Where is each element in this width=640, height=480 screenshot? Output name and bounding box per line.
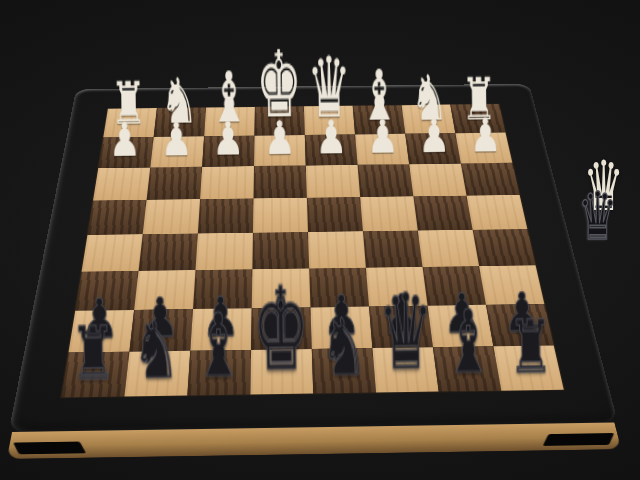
white-pawn: ♟ [366, 114, 398, 161]
square-f1: ♝ [204, 107, 255, 136]
white-pawn: ♟ [315, 114, 348, 161]
chess-board: ♜♞♝♚♛♝♞♜♟♟♟♟♟♟♟♟♟♟♟♟♟♟♟♟♜♞♝♚♞♛♝♜ [8, 84, 618, 433]
white-rook: ♜ [110, 74, 147, 133]
black-rook: ♜ [70, 317, 116, 390]
black-bishop: ♝ [193, 301, 243, 389]
square-d2: ♟ [305, 134, 358, 165]
white-pawn: ♟ [108, 117, 141, 164]
white-king: ♚ [256, 39, 303, 131]
square-b8: ♝ [433, 346, 501, 391]
square-h2: ♟ [98, 137, 153, 168]
board-frame: ♜♞♝♚♛♝♞♜♟♟♟♟♟♟♟♟♟♟♟♟♟♟♟♟♜♞♝♚♞♛♝♜ [8, 84, 618, 433]
square-d5 [308, 231, 366, 268]
square-c1: ♝ [353, 105, 406, 134]
white-rook: ♜ [461, 70, 498, 128]
square-d8: ♞ [312, 348, 376, 393]
square-h4 [87, 200, 146, 235]
white-knight: ♞ [410, 66, 448, 129]
square-a4 [467, 195, 528, 230]
white-queen: ♛ [307, 47, 352, 131]
square-h5 [82, 234, 143, 271]
square-h3 [93, 167, 150, 200]
square-e3 [254, 165, 307, 198]
square-d1: ♛ [304, 106, 355, 135]
square-g3 [147, 167, 203, 200]
square-c4 [360, 196, 418, 231]
square-f4 [198, 198, 254, 233]
square-d3 [306, 165, 360, 198]
black-knight: ♞ [132, 310, 180, 389]
white-pawn: ♟ [263, 115, 296, 162]
square-b2: ♟ [405, 133, 461, 164]
spare-queens: ♛ ♛ [560, 140, 640, 252]
square-d4 [307, 197, 363, 232]
photo-background: ♜♞♝♚♛♝♞♜♟♟♟♟♟♟♟♟♟♟♟♟♟♟♟♟♜♞♝♚♞♛♝♜ ♛ ♛ [0, 0, 640, 480]
square-e8: ♚ [250, 349, 313, 395]
square-e4 [253, 198, 308, 233]
spare-black-queen: ♛ [578, 183, 617, 249]
square-b5 [418, 230, 479, 267]
white-pawn: ♟ [212, 115, 245, 162]
square-e2: ♟ [254, 135, 306, 166]
square-h1: ♜ [103, 108, 157, 137]
square-b3 [409, 163, 466, 196]
square-h8: ♜ [61, 352, 129, 398]
white-pawn: ♟ [418, 113, 450, 160]
square-g1: ♞ [154, 107, 206, 136]
square-g8: ♞ [124, 351, 190, 397]
square-c2: ♟ [355, 134, 409, 165]
square-g2: ♟ [150, 136, 204, 167]
square-f5 [196, 233, 253, 270]
square-e1: ♚ [255, 106, 305, 135]
square-f8: ♝ [187, 350, 251, 396]
square-b4 [413, 196, 472, 231]
square-f2: ♟ [202, 136, 254, 167]
square-a2: ♟ [455, 133, 512, 164]
white-pawn: ♟ [469, 112, 501, 159]
black-king: ♚ [252, 272, 311, 387]
black-queen: ♛ [378, 281, 434, 386]
white-bishop: ♝ [209, 61, 249, 131]
black-rook: ♜ [508, 311, 554, 384]
square-b1: ♞ [402, 105, 456, 134]
square-a5 [473, 229, 536, 266]
square-f3 [200, 166, 254, 199]
square-a1: ♜ [450, 104, 505, 133]
white-pawn: ♟ [160, 116, 193, 163]
board-foot-gap-right [543, 433, 614, 446]
square-c5 [363, 231, 423, 268]
board-grid: ♜♞♝♚♛♝♞♜♟♟♟♟♟♟♟♟♟♟♟♟♟♟♟♟♜♞♝♚♞♛♝♜ [61, 104, 564, 397]
square-a8: ♜ [493, 345, 563, 390]
square-g5 [139, 233, 198, 270]
board-foot-gap-left [13, 442, 86, 455]
square-c8: ♛ [372, 347, 438, 392]
square-c3 [358, 164, 414, 197]
black-knight: ♞ [320, 308, 368, 387]
square-g4 [143, 199, 200, 234]
white-bishop: ♝ [359, 60, 399, 130]
square-a3 [461, 163, 520, 196]
black-bishop: ♝ [443, 297, 493, 385]
white-knight: ♞ [160, 69, 199, 132]
